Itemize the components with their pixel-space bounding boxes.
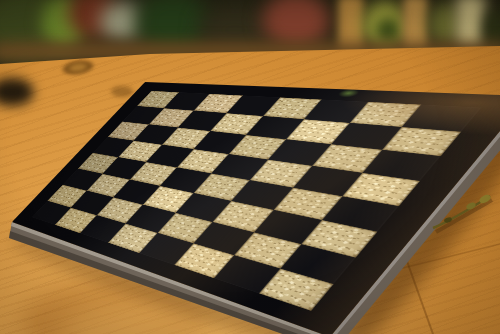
scene xyxy=(0,0,500,334)
red-plant-blob-right xyxy=(262,0,330,48)
garden-gap-dark-blob xyxy=(376,18,400,44)
wood-knot-small xyxy=(111,86,133,97)
